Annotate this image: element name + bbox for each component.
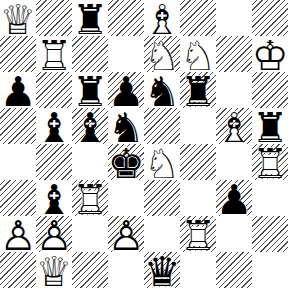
square-e7[interactable]: ♞♘ xyxy=(144,36,180,72)
white-bishop-piece: ♗ xyxy=(144,2,180,38)
square-c7[interactable] xyxy=(72,36,108,72)
white-pawn-piece: ♙ xyxy=(0,218,36,254)
square-a1[interactable] xyxy=(0,252,36,288)
white-rook-piece: ♖ xyxy=(252,146,288,182)
piece-halo: ♜ xyxy=(180,218,216,254)
black-queen-piece: ♛ xyxy=(144,254,180,288)
square-c5[interactable]: ♝♝ xyxy=(72,108,108,144)
square-f1[interactable] xyxy=(180,252,216,288)
black-rook-piece: ♜ xyxy=(72,74,108,110)
square-a4[interactable] xyxy=(0,144,36,180)
piece-halo: ♜ xyxy=(252,110,288,146)
square-b7[interactable]: ♜♖ xyxy=(36,36,72,72)
piece-halo: ♛ xyxy=(0,2,36,38)
white-rook-piece: ♖ xyxy=(72,182,108,218)
square-e1[interactable]: ♛♛ xyxy=(144,252,180,288)
black-king-piece: ♚ xyxy=(108,146,144,182)
piece-halo: ♟︎ xyxy=(108,218,144,254)
square-f5[interactable] xyxy=(180,108,216,144)
black-rook-piece: ♜ xyxy=(180,74,216,110)
square-h2[interactable] xyxy=(252,216,288,252)
square-a2[interactable]: ♟︎♙ xyxy=(0,216,36,252)
square-h3[interactable] xyxy=(252,180,288,216)
square-b3[interactable]: ♝♝ xyxy=(36,180,72,216)
white-queen-piece: ♕ xyxy=(36,254,72,288)
square-a6[interactable]: ♟︎♟︎ xyxy=(0,72,36,108)
black-knight-piece: ♞ xyxy=(108,110,144,146)
square-b4[interactable] xyxy=(36,144,72,180)
piece-halo: ♞ xyxy=(144,146,180,182)
piece-halo: ♝ xyxy=(216,110,252,146)
piece-halo: ♞ xyxy=(144,74,180,110)
square-h8[interactable] xyxy=(252,0,288,36)
square-g3[interactable]: ♟︎♟︎ xyxy=(216,180,252,216)
square-b6[interactable] xyxy=(36,72,72,108)
black-bishop-piece: ♝ xyxy=(36,110,72,146)
square-d8[interactable] xyxy=(108,0,144,36)
square-e8[interactable]: ♝♗ xyxy=(144,0,180,36)
black-knight-piece: ♞ xyxy=(144,74,180,110)
black-bishop-piece: ♝ xyxy=(72,110,108,146)
square-f2[interactable]: ♜♖ xyxy=(180,216,216,252)
square-c2[interactable] xyxy=(72,216,108,252)
square-f4[interactable] xyxy=(180,144,216,180)
square-e4[interactable]: ♞♘ xyxy=(144,144,180,180)
piece-halo: ♟︎ xyxy=(0,74,36,110)
square-b5[interactable]: ♝♝ xyxy=(36,108,72,144)
square-g8[interactable] xyxy=(216,0,252,36)
chess-board: ♛♕♜♜♝♗♜♖♞♘♞♘♚♔♟︎♟︎♜♜♟︎♟︎♞♞♜♜♝♝♝♝♞♞♝♗♜♜♚♚… xyxy=(0,0,288,288)
square-d4[interactable]: ♚♚ xyxy=(108,144,144,180)
square-f3[interactable] xyxy=(180,180,216,216)
piece-halo: ♛ xyxy=(144,254,180,288)
square-h7[interactable]: ♚♔ xyxy=(252,36,288,72)
piece-halo: ♜ xyxy=(72,74,108,110)
white-knight-piece: ♘ xyxy=(144,146,180,182)
white-queen-piece: ♕ xyxy=(0,2,36,38)
square-c1[interactable] xyxy=(72,252,108,288)
square-f8[interactable] xyxy=(180,0,216,36)
square-c8[interactable]: ♜♜ xyxy=(72,0,108,36)
square-d7[interactable] xyxy=(108,36,144,72)
square-g5[interactable]: ♝♗ xyxy=(216,108,252,144)
square-f7[interactable]: ♞♘ xyxy=(180,36,216,72)
square-h1[interactable] xyxy=(252,252,288,288)
square-h4[interactable]: ♜♖ xyxy=(252,144,288,180)
square-e6[interactable]: ♞♞ xyxy=(144,72,180,108)
piece-halo: ♟︎ xyxy=(36,218,72,254)
square-h6[interactable] xyxy=(252,72,288,108)
piece-halo: ♜ xyxy=(180,74,216,110)
black-pawn-piece: ♟︎ xyxy=(0,74,36,110)
white-bishop-piece: ♗ xyxy=(216,110,252,146)
square-e2[interactable] xyxy=(144,216,180,252)
piece-halo: ♟︎ xyxy=(108,74,144,110)
piece-halo: ♝ xyxy=(144,2,180,38)
piece-halo: ♚ xyxy=(108,146,144,182)
square-d1[interactable] xyxy=(108,252,144,288)
white-king-piece: ♔ xyxy=(252,38,288,74)
piece-halo: ♝ xyxy=(36,182,72,218)
square-e5[interactable] xyxy=(144,108,180,144)
black-rook-piece: ♜ xyxy=(72,2,108,38)
square-a3[interactable] xyxy=(0,180,36,216)
piece-halo: ♟︎ xyxy=(216,182,252,218)
piece-halo: ♝ xyxy=(36,110,72,146)
white-pawn-piece: ♙ xyxy=(36,218,72,254)
piece-halo: ♛ xyxy=(36,254,72,288)
square-f6[interactable]: ♜♜ xyxy=(180,72,216,108)
square-d3[interactable] xyxy=(108,180,144,216)
piece-halo: ♜ xyxy=(36,38,72,74)
square-a8[interactable]: ♛♕ xyxy=(0,0,36,36)
square-d6[interactable]: ♟︎♟︎ xyxy=(108,72,144,108)
square-a5[interactable] xyxy=(0,108,36,144)
square-b2[interactable]: ♟︎♙ xyxy=(36,216,72,252)
black-rook-piece: ♜ xyxy=(252,110,288,146)
piece-halo: ♟︎ xyxy=(0,218,36,254)
square-g6[interactable] xyxy=(216,72,252,108)
white-knight-piece: ♘ xyxy=(144,38,180,74)
square-g1[interactable] xyxy=(216,252,252,288)
piece-halo: ♞ xyxy=(180,38,216,74)
white-pawn-piece: ♙ xyxy=(108,218,144,254)
piece-halo: ♚ xyxy=(252,38,288,74)
square-d2[interactable]: ♟︎♙ xyxy=(108,216,144,252)
square-a7[interactable] xyxy=(0,36,36,72)
square-c4[interactable] xyxy=(72,144,108,180)
square-g2[interactable] xyxy=(216,216,252,252)
white-rook-piece: ♖ xyxy=(180,218,216,254)
white-knight-piece: ♘ xyxy=(180,38,216,74)
piece-halo: ♞ xyxy=(108,110,144,146)
piece-halo: ♜ xyxy=(72,182,108,218)
square-d5[interactable]: ♞♞ xyxy=(108,108,144,144)
square-c6[interactable]: ♜♜ xyxy=(72,72,108,108)
square-b8[interactable] xyxy=(36,0,72,36)
black-pawn-piece: ♟︎ xyxy=(108,74,144,110)
square-b1[interactable]: ♛♕ xyxy=(36,252,72,288)
piece-halo: ♞ xyxy=(144,38,180,74)
piece-halo: ♜ xyxy=(252,146,288,182)
square-c3[interactable]: ♜♖ xyxy=(72,180,108,216)
square-h5[interactable]: ♜♜ xyxy=(252,108,288,144)
white-rook-piece: ♖ xyxy=(36,38,72,74)
piece-halo: ♝ xyxy=(72,110,108,146)
piece-halo: ♜ xyxy=(72,2,108,38)
black-bishop-piece: ♝ xyxy=(36,182,72,218)
square-g4[interactable] xyxy=(216,144,252,180)
square-e3[interactable] xyxy=(144,180,180,216)
square-g7[interactable] xyxy=(216,36,252,72)
black-pawn-piece: ♟︎ xyxy=(216,182,252,218)
